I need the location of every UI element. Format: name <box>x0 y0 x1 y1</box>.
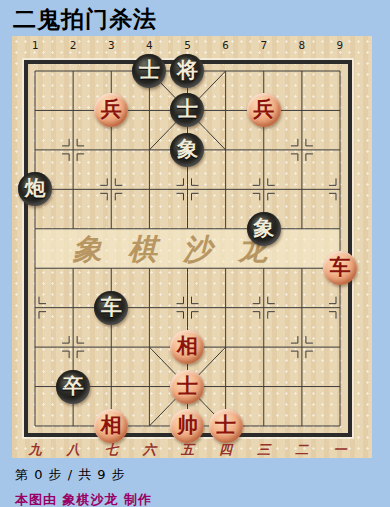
page-title: 二鬼拍门杀法 <box>13 4 390 34</box>
file-labels-bottom: 九八七六五四三二一 <box>16 441 359 457</box>
red-general[interactable]: 帅 <box>170 409 204 443</box>
xiangqi-board[interactable]: 123456789 象 棋 沙 龙 士将兵士兵象炮象车车相卒士相帅士 九八七六五… <box>12 36 372 458</box>
file-label-cn-5: 五 <box>168 441 206 459</box>
file-label-cn-3: 七 <box>92 441 130 459</box>
red-elephant[interactable]: 相 <box>94 409 128 443</box>
piece-grid: 士将兵士兵象炮象车车相卒士相帅士 <box>16 51 359 446</box>
black-general[interactable]: 将 <box>170 54 204 88</box>
red-advisor[interactable]: 士 <box>209 409 243 443</box>
black-chariot[interactable]: 车 <box>94 291 128 325</box>
file-label-cn-1: 九 <box>16 441 54 459</box>
red-pawn[interactable]: 兵 <box>94 93 128 127</box>
file-label-cn-6: 四 <box>207 441 245 459</box>
move-counter: 第 0 步 / 共 9 步 <box>15 466 390 484</box>
red-elephant[interactable]: 相 <box>170 330 204 364</box>
file-label-cn-8: 二 <box>283 441 321 459</box>
red-pawn[interactable]: 兵 <box>247 93 281 127</box>
black-elephant[interactable]: 象 <box>247 212 281 246</box>
black-advisor[interactable]: 士 <box>170 93 204 127</box>
file-label-cn-2: 八 <box>54 441 92 459</box>
file-label-cn-7: 三 <box>245 441 283 459</box>
red-advisor[interactable]: 士 <box>170 370 204 404</box>
black-advisor[interactable]: 士 <box>132 54 166 88</box>
credit-text: 本图由 象棋沙龙 制作 <box>15 491 390 507</box>
black-elephant[interactable]: 象 <box>170 133 204 167</box>
black-cannon[interactable]: 炮 <box>18 172 52 206</box>
black-pawn[interactable]: 卒 <box>56 370 90 404</box>
file-label-cn-9: 一 <box>321 441 359 459</box>
red-chariot[interactable]: 车 <box>323 251 357 285</box>
file-label-cn-4: 六 <box>130 441 168 459</box>
